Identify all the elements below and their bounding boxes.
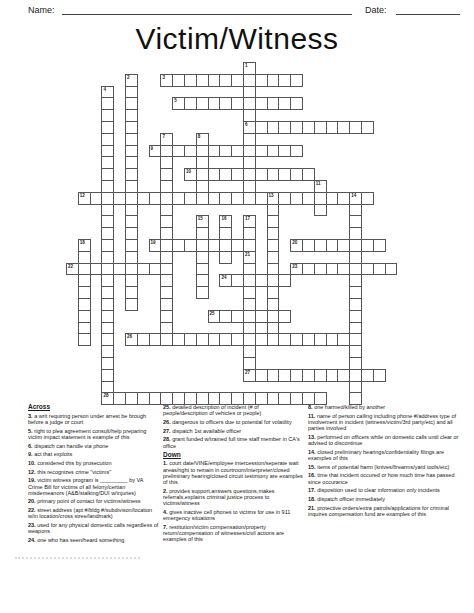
grid-cell[interactable] xyxy=(373,239,386,252)
grid-cell[interactable] xyxy=(337,333,350,346)
grid-cell[interactable] xyxy=(255,333,268,346)
clue-item: 2. provides support,answers questions,ma… xyxy=(163,488,304,507)
cell-number: 18 xyxy=(80,241,85,246)
grid-cell[interactable]: 19 xyxy=(149,239,162,252)
cell-number: 7 xyxy=(162,135,165,140)
clue-item: 28. grant funded w/trained full time sta… xyxy=(163,436,304,448)
grid-cell[interactable] xyxy=(90,263,103,276)
clue-item: 4. gives inactive cell phones to victims… xyxy=(163,509,304,521)
cell-number: 23 xyxy=(292,265,297,270)
cell-number: 17 xyxy=(245,217,250,222)
date-label: Date: xyxy=(365,5,387,15)
clues-column-left: Across 3. a writ requiring person under … xyxy=(28,404,159,546)
grid-cell[interactable] xyxy=(337,263,350,276)
cell-number: 28 xyxy=(103,394,108,399)
cell-number: 14 xyxy=(351,194,356,199)
clue-item: 14. closed preliminary hearings/confiden… xyxy=(308,449,466,461)
cell-number: 6 xyxy=(245,123,248,128)
grid-cell[interactable] xyxy=(149,192,162,205)
grid-cell[interactable] xyxy=(255,310,268,323)
clue-item: 9. act that exploits xyxy=(28,451,159,457)
clues-column-middle: 25. detailed description of incident (# … xyxy=(163,404,304,545)
grid-cell[interactable] xyxy=(231,333,244,346)
grid-cell[interactable] xyxy=(231,145,244,158)
puzzle-title: Victim/Witness xyxy=(0,22,474,56)
grid-cell[interactable] xyxy=(290,74,303,87)
clue-item: 22. street address (apt #/bldg #/subdivi… xyxy=(28,507,159,519)
clue-item: 25. detailed description of incident (# … xyxy=(163,404,304,416)
clue-item: 15. items of potential harm (knives/fire… xyxy=(308,464,466,470)
cell-number: 10 xyxy=(186,170,191,175)
grid-cell[interactable] xyxy=(113,263,126,276)
grid-cell[interactable] xyxy=(255,274,268,287)
cell-number: 9 xyxy=(151,147,154,152)
cell-number: 26 xyxy=(127,335,132,340)
name-label: Name: xyxy=(28,5,55,15)
clue-item: 20. primary point of contact for victims… xyxy=(28,498,159,504)
grid-cell[interactable] xyxy=(125,298,138,311)
grid-cell[interactable] xyxy=(184,192,197,205)
cell-number: 20 xyxy=(292,241,297,246)
grid-cell[interactable] xyxy=(196,286,209,299)
grid-cell[interactable] xyxy=(78,333,91,346)
grid-cell[interactable]: 22 xyxy=(66,263,79,276)
grid-cell[interactable] xyxy=(149,263,162,276)
grid-cell[interactable] xyxy=(290,97,303,110)
grid-cell[interactable] xyxy=(113,192,126,205)
cell-number: 1 xyxy=(245,64,248,69)
cell-number: 27 xyxy=(245,371,250,376)
clue-item: 21. protective orders/extra patrols/appl… xyxy=(308,505,466,517)
clue-item: 3. a writ requiring person under arrest … xyxy=(28,413,159,425)
grid-cell[interactable] xyxy=(278,310,291,323)
grid-cell[interactable]: 9 xyxy=(149,145,162,158)
cell-number: 8 xyxy=(198,135,201,140)
grid-cell[interactable] xyxy=(302,192,315,205)
grid-cell[interactable] xyxy=(231,168,244,181)
across-header: Across xyxy=(28,404,159,410)
clue-item: 27. dispatch 1st available officer xyxy=(163,428,304,434)
cell-number: 19 xyxy=(151,241,156,246)
grid-cell[interactable] xyxy=(337,369,350,382)
clue-item: 18. dispatch officer immediately xyxy=(308,496,466,502)
grid-cell[interactable] xyxy=(90,192,103,205)
cell-number: 2 xyxy=(127,76,130,81)
cell-number: 13 xyxy=(269,194,274,199)
clues-column-right: 8. one harmed/killed by another11. name … xyxy=(308,404,466,520)
grid-cell[interactable] xyxy=(385,263,398,276)
cell-number: 5 xyxy=(174,99,177,104)
clue-item: 19. victim witness program is _________ … xyxy=(28,477,159,496)
grid-cell[interactable] xyxy=(290,145,303,158)
grid-cell[interactable] xyxy=(231,74,244,87)
clue-item: 23. used for any physical domestic calls… xyxy=(28,522,159,534)
clue-item: 26. dangerous to officers due to potenti… xyxy=(163,419,304,425)
clue-item: 10. considered this by prosecution xyxy=(28,460,159,466)
grid-cell[interactable] xyxy=(208,239,221,252)
footer-watermark xyxy=(15,557,140,561)
grid-cell[interactable] xyxy=(231,192,244,205)
cell-number: 15 xyxy=(198,217,203,222)
cell-number: 24 xyxy=(221,276,226,281)
cell-number: 25 xyxy=(210,312,215,317)
name-input-line[interactable] xyxy=(62,4,352,15)
grid-cell[interactable] xyxy=(219,251,232,264)
clue-item: 11. name of person calling including pho… xyxy=(308,413,466,432)
grid-cell[interactable] xyxy=(314,204,327,217)
cell-number: 21 xyxy=(245,253,250,258)
cell-number: 22 xyxy=(68,265,73,270)
grid-cell[interactable] xyxy=(361,192,374,205)
cell-number: 4 xyxy=(103,88,106,93)
grid-cell[interactable] xyxy=(361,121,374,134)
date-input-line[interactable] xyxy=(396,4,460,15)
grid-cell[interactable] xyxy=(278,274,291,287)
cell-number: 11 xyxy=(316,182,321,187)
clue-item: 13. performed on officers while on domes… xyxy=(308,434,466,446)
grid-cell[interactable] xyxy=(231,97,244,110)
crossword-grid: 1623428578910111213141516171819202127222… xyxy=(66,62,411,407)
clue-item: 12. this recognizes crime "victims" xyxy=(28,469,159,475)
clue-item: 5. right to plea agreement consult/help … xyxy=(28,428,159,440)
clue-item: 16. time that incident occured or how mu… xyxy=(308,472,466,484)
grid-cell[interactable] xyxy=(149,333,162,346)
grid-cell[interactable] xyxy=(337,239,350,252)
grid-cell[interactable] xyxy=(184,145,197,158)
clue-item: 6. dispatch can handle via phone xyxy=(28,443,159,449)
clue-item: 17. disposition used to clear informatio… xyxy=(308,487,466,493)
grid-cell[interactable] xyxy=(373,369,386,382)
cell-number: 12 xyxy=(80,194,85,199)
grid-cell[interactable] xyxy=(231,274,244,287)
clue-item: 8. one harmed/killed by another xyxy=(308,404,466,410)
clue-item: 7. restitution/victim compensation/prope… xyxy=(163,524,304,543)
cell-number: 16 xyxy=(221,217,226,222)
down-header: Down xyxy=(163,452,304,458)
grid-cell[interactable] xyxy=(184,239,197,252)
clue-item: 1. court date/VINE/employee intercession… xyxy=(163,460,304,485)
cell-number: 3 xyxy=(162,76,165,81)
clue-item: 24. one who has seen/heard something xyxy=(28,537,159,543)
grid-cell[interactable]: 10 xyxy=(184,168,197,181)
grid-cell[interactable] xyxy=(231,310,244,323)
